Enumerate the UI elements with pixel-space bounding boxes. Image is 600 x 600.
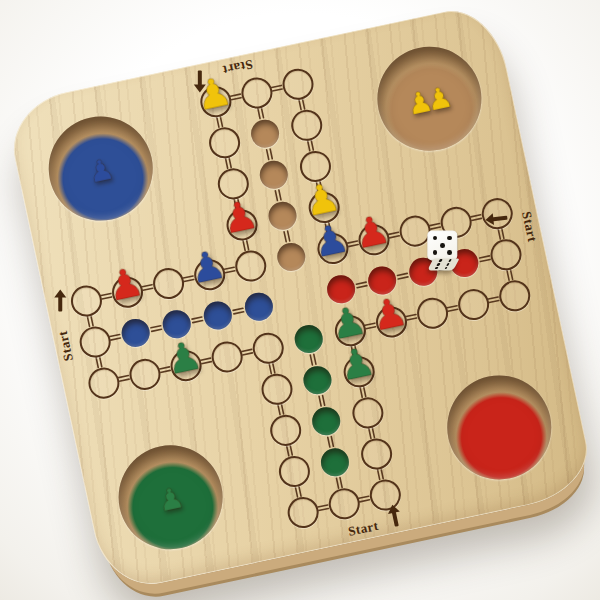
pawn-red[interactable]: ♟ [365,290,414,338]
track-circle [85,364,122,401]
pawn-blue[interactable]: ♟ [306,216,355,264]
track-circle [249,329,286,366]
track-circle [284,494,321,531]
product-photo-canvas: ♟♟♟♟♟♟♟♟♟♟♟ ♟♟♟♟ Start Start Start Start [0,0,600,600]
track-circle [325,485,362,522]
start-arrow-left-icon [58,297,62,312]
finish-hole-green [292,322,325,355]
home-pawn-yellow[interactable]: ♟ [424,81,456,116]
pawn-red[interactable]: ♟ [101,260,150,308]
ludo-board: ♟♟♟♟♟♟♟♟♟♟♟ ♟♟♟♟ Start Start Start Start [3,1,596,594]
home-pawn-blue[interactable]: ♟ [85,153,117,188]
track-circle [275,453,312,490]
track-circle [487,236,524,273]
finish-hole-blue [242,290,275,323]
pawn-green[interactable]: ♟ [332,340,381,388]
track-circle [349,394,386,431]
track-circle [455,286,492,323]
track-circle [67,282,104,319]
track-circle [279,65,316,102]
track-circle [358,435,395,472]
finish-hole-yellow [257,158,290,191]
die-pip [446,263,450,266]
track-circle [126,356,163,393]
track-circle [238,74,275,111]
track-circle [288,107,325,144]
die[interactable] [427,230,457,271]
finish-hole-green [310,405,343,438]
pawn-green[interactable]: ♟ [159,334,208,382]
track-circle [258,371,295,408]
finish-hole-yellow [266,199,299,232]
pawn-blue[interactable]: ♟ [183,243,232,291]
finish-hole-blue [119,316,152,349]
finish-hole-green [301,364,334,397]
home-pawn-green[interactable]: ♟ [155,482,187,517]
board-grid: ♟♟♟♟♟♟♟♟♟♟♟ [26,24,574,572]
die-pip [435,267,439,270]
die-pip [437,263,441,266]
start-arrow-top-icon [198,70,202,85]
finish-hole-yellow [248,117,281,150]
finish-hole-green [318,446,351,479]
die-pip [440,243,445,248]
die-pip [433,236,438,241]
die-pip [447,236,452,241]
die-pip [433,250,438,255]
track-circle [414,295,451,332]
die-pip [444,267,448,270]
track-circle [267,412,304,449]
die-pip [447,250,452,255]
finish-hole-yellow [275,240,308,273]
track-circle [208,338,245,375]
track-circle [206,124,243,161]
die-front-face [427,258,459,270]
track-circle [150,265,187,302]
die-pip [439,260,443,263]
pawn-yellow[interactable]: ♟ [189,70,238,118]
pawn-red[interactable]: ♟ [215,193,264,241]
pawn-red[interactable]: ♟ [347,208,396,256]
track-circle [496,277,533,314]
die-top-face [427,230,457,260]
finish-hole-blue [201,299,234,332]
track-circle [232,247,269,284]
track-circle [76,323,113,360]
die-pip [448,260,452,263]
